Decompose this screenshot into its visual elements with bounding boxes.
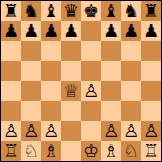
square-e7[interactable] xyxy=(81,21,101,41)
piece-black-bishop: ♝ xyxy=(43,1,59,21)
square-a2[interactable]: ♙ xyxy=(1,121,21,141)
square-d2[interactable] xyxy=(61,121,81,141)
piece-black-pawn: ♟ xyxy=(123,21,139,41)
square-d1[interactable] xyxy=(61,141,81,161)
square-b6[interactable] xyxy=(21,41,41,61)
square-e3[interactable] xyxy=(81,101,101,121)
square-g8[interactable]: ♞ xyxy=(121,1,141,21)
square-g3[interactable] xyxy=(121,101,141,121)
square-g2[interactable]: ♙ xyxy=(121,121,141,141)
square-b3[interactable] xyxy=(21,101,41,121)
square-d3[interactable] xyxy=(61,101,81,121)
piece-black-queen: ♛ xyxy=(63,1,79,21)
square-d4[interactable]: ♕ xyxy=(61,81,81,101)
square-g7[interactable]: ♟ xyxy=(121,21,141,41)
piece-white-knight: ♘ xyxy=(123,141,139,161)
piece-white-bishop: ♗ xyxy=(43,141,59,161)
square-d6[interactable] xyxy=(61,41,81,61)
square-e5[interactable] xyxy=(81,61,101,81)
piece-white-pawn: ♙ xyxy=(3,121,19,141)
piece-white-pawn: ♙ xyxy=(103,121,119,141)
square-h1[interactable]: ♖ xyxy=(141,141,161,161)
square-f6[interactable] xyxy=(101,41,121,61)
square-a8[interactable]: ♜ xyxy=(1,1,21,21)
square-e2[interactable] xyxy=(81,121,101,141)
piece-black-pawn: ♟ xyxy=(3,21,19,41)
square-c6[interactable] xyxy=(41,41,61,61)
square-b4[interactable] xyxy=(21,81,41,101)
piece-white-queen: ♕ xyxy=(63,81,79,101)
square-c4[interactable] xyxy=(41,81,61,101)
square-c5[interactable] xyxy=(41,61,61,81)
square-b2[interactable]: ♙ xyxy=(21,121,41,141)
piece-black-knight: ♞ xyxy=(123,1,139,21)
square-d5[interactable] xyxy=(61,61,81,81)
square-f1[interactable]: ♗ xyxy=(101,141,121,161)
piece-black-king: ♚ xyxy=(83,1,99,21)
square-c8[interactable]: ♝ xyxy=(41,1,61,21)
piece-black-pawn: ♟ xyxy=(63,21,79,41)
square-g6[interactable] xyxy=(121,41,141,61)
square-e1[interactable]: ♔ xyxy=(81,141,101,161)
square-b8[interactable]: ♞ xyxy=(21,1,41,21)
piece-white-king: ♔ xyxy=(83,141,99,161)
piece-white-pawn: ♙ xyxy=(83,81,99,101)
square-c1[interactable]: ♗ xyxy=(41,141,61,161)
square-f5[interactable] xyxy=(101,61,121,81)
square-b5[interactable] xyxy=(21,61,41,81)
square-h6[interactable] xyxy=(141,41,161,61)
square-h2[interactable]: ♙ xyxy=(141,121,161,141)
piece-white-pawn: ♙ xyxy=(23,121,39,141)
square-e6[interactable] xyxy=(81,41,101,61)
square-a1[interactable]: ♖ xyxy=(1,141,21,161)
square-h5[interactable] xyxy=(141,61,161,81)
square-f3[interactable] xyxy=(101,101,121,121)
square-f8[interactable]: ♝ xyxy=(101,1,121,21)
square-a6[interactable] xyxy=(1,41,21,61)
square-f4[interactable] xyxy=(101,81,121,101)
piece-black-rook: ♜ xyxy=(143,1,159,21)
chess-board: ♜♞♝♛♚♝♞♜♟♟♟♟♟♟♟♕♙♙♙♙♙♙♙♖♘♗♔♗♘♖ xyxy=(0,0,162,162)
square-a7[interactable]: ♟ xyxy=(1,21,21,41)
piece-black-knight: ♞ xyxy=(23,1,39,21)
square-f2[interactable]: ♙ xyxy=(101,121,121,141)
square-g1[interactable]: ♘ xyxy=(121,141,141,161)
piece-black-pawn: ♟ xyxy=(23,21,39,41)
square-g4[interactable] xyxy=(121,81,141,101)
square-h8[interactable]: ♜ xyxy=(141,1,161,21)
square-c7[interactable]: ♟ xyxy=(41,21,61,41)
square-h7[interactable]: ♟ xyxy=(141,21,161,41)
square-e4[interactable]: ♙ xyxy=(81,81,101,101)
square-g5[interactable] xyxy=(121,61,141,81)
square-h3[interactable] xyxy=(141,101,161,121)
piece-white-bishop: ♗ xyxy=(103,141,119,161)
square-h4[interactable] xyxy=(141,81,161,101)
square-c3[interactable] xyxy=(41,101,61,121)
piece-white-pawn: ♙ xyxy=(43,121,59,141)
piece-white-rook: ♖ xyxy=(143,141,159,161)
piece-black-rook: ♜ xyxy=(3,1,19,21)
square-a3[interactable] xyxy=(1,101,21,121)
square-f7[interactable]: ♟ xyxy=(101,21,121,41)
square-c2[interactable]: ♙ xyxy=(41,121,61,141)
square-d8[interactable]: ♛ xyxy=(61,1,81,21)
square-d7[interactable]: ♟ xyxy=(61,21,81,41)
square-b7[interactable]: ♟ xyxy=(21,21,41,41)
piece-black-pawn: ♟ xyxy=(103,21,119,41)
piece-white-knight: ♘ xyxy=(23,141,39,161)
piece-black-pawn: ♟ xyxy=(43,21,59,41)
square-a4[interactable] xyxy=(1,81,21,101)
piece-white-pawn: ♙ xyxy=(143,121,159,141)
piece-white-pawn: ♙ xyxy=(123,121,139,141)
square-e8[interactable]: ♚ xyxy=(81,1,101,21)
piece-white-rook: ♖ xyxy=(3,141,19,161)
square-a5[interactable] xyxy=(1,61,21,81)
square-b1[interactable]: ♘ xyxy=(21,141,41,161)
piece-black-bishop: ♝ xyxy=(103,1,119,21)
piece-black-pawn: ♟ xyxy=(143,21,159,41)
